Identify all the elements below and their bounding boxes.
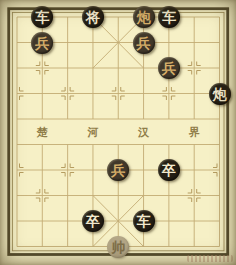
river-label-han: 汉 — [138, 124, 149, 139]
river-label-he: 河 — [87, 124, 98, 139]
river-label-jie: 界 — [189, 124, 200, 139]
xiangqi-board-screenshot: 楚 河 汉 界 车将炮车兵兵兵炮兵卒卒车帅 — [0, 0, 236, 265]
piece-black-chariot[interactable]: 车 — [31, 6, 53, 28]
river-label-chu: 楚 — [37, 124, 48, 139]
piece-black-general[interactable]: 将 — [82, 6, 104, 28]
piece-black-chariot[interactable]: 车 — [133, 210, 155, 232]
watermark — [187, 255, 233, 262]
piece-red-soldier[interactable]: 兵 — [158, 57, 180, 79]
piece-red-cannon[interactable]: 炮 — [133, 6, 155, 28]
piece-red-soldier[interactable]: 兵 — [133, 32, 155, 54]
piece-black-cannon[interactable]: 炮 — [209, 83, 231, 105]
piece-black-soldier[interactable]: 卒 — [82, 210, 104, 232]
piece-red-soldier[interactable]: 兵 — [107, 159, 129, 181]
piece-black-soldier[interactable]: 卒 — [158, 159, 180, 181]
piece-red-soldier[interactable]: 兵 — [31, 32, 53, 54]
piece-black-chariot[interactable]: 车 — [158, 6, 180, 28]
piece-red-general[interactable]: 帅 — [107, 236, 129, 258]
